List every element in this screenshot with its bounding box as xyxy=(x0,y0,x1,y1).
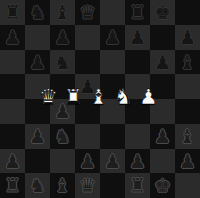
square-b3[interactable]: ♟ xyxy=(25,124,50,149)
piece-black-pawn[interactable]: ♟ xyxy=(54,25,71,50)
piece-white-pawn[interactable]: ♟ xyxy=(104,149,121,174)
piece-white-rook[interactable]: ♜ xyxy=(4,173,21,198)
square-e8[interactable] xyxy=(100,0,125,25)
square-h8[interactable] xyxy=(175,0,200,25)
square-a6[interactable] xyxy=(0,50,25,75)
piece-white-knight[interactable]: ♞ xyxy=(29,173,46,198)
square-e6[interactable] xyxy=(100,50,125,75)
square-g6[interactable]: ♟ xyxy=(150,50,175,75)
piece-white-pawn[interactable]: ♟ xyxy=(129,149,146,174)
square-f6[interactable] xyxy=(125,50,150,75)
piece-black-queen[interactable]: ♛ xyxy=(79,0,96,25)
square-h5[interactable] xyxy=(175,74,200,99)
square-g8[interactable]: ♚ xyxy=(150,0,175,25)
square-d8[interactable]: ♛ xyxy=(75,0,100,25)
square-b1[interactable]: ♞ xyxy=(25,173,50,198)
chess-app-window: ♜♞♝♛♜♚♟♟♟♟♟♟♞♟♝♟♟♟♞♟♝♟♟♟♟♟♜♞♝♛♜♚ ♛♜♝♞♟ xyxy=(0,0,200,198)
square-e2[interactable]: ♟ xyxy=(100,149,125,174)
piece-selector-overlay[interactable]: ♛♜♝♞♟ xyxy=(36,85,161,109)
square-h3[interactable]: ♝ xyxy=(175,124,200,149)
piece-white-bishop[interactable]: ♝ xyxy=(179,124,196,149)
square-c6[interactable]: ♞ xyxy=(50,50,75,75)
selector-piece-bishop[interactable]: ♝ xyxy=(86,85,111,109)
square-b7[interactable] xyxy=(25,25,50,50)
piece-white-knight[interactable]: ♞ xyxy=(54,124,71,149)
piece-black-bishop[interactable]: ♝ xyxy=(179,50,196,75)
piece-black-bishop[interactable]: ♝ xyxy=(54,0,71,25)
piece-black-pawn[interactable]: ♟ xyxy=(29,50,46,75)
piece-black-pawn[interactable]: ♟ xyxy=(104,25,121,50)
selector-piece-queen[interactable]: ♛ xyxy=(36,85,61,109)
piece-white-pawn[interactable]: ♟ xyxy=(154,124,171,149)
selector-piece-knight[interactable]: ♞ xyxy=(111,85,136,109)
square-h1[interactable] xyxy=(175,173,200,198)
selector-piece-rook[interactable]: ♜ xyxy=(61,85,86,109)
square-c8[interactable]: ♝ xyxy=(50,0,75,25)
piece-black-pawn[interactable]: ♟ xyxy=(154,50,171,75)
square-f7[interactable]: ♟ xyxy=(125,25,150,50)
piece-white-pawn[interactable]: ♟ xyxy=(29,124,46,149)
square-h6[interactable]: ♝ xyxy=(175,50,200,75)
square-a1[interactable]: ♜ xyxy=(0,173,25,198)
square-f3[interactable] xyxy=(125,124,150,149)
square-d3[interactable] xyxy=(75,124,100,149)
square-a5[interactable] xyxy=(0,74,25,99)
piece-white-pawn[interactable]: ♟ xyxy=(79,149,96,174)
square-g7[interactable] xyxy=(150,25,175,50)
square-d2[interactable]: ♟ xyxy=(75,149,100,174)
square-g2[interactable] xyxy=(150,149,175,174)
square-d1[interactable]: ♛ xyxy=(75,173,100,198)
square-e1[interactable] xyxy=(100,173,125,198)
square-b6[interactable]: ♟ xyxy=(25,50,50,75)
piece-white-rook[interactable]: ♜ xyxy=(129,173,146,198)
piece-white-pawn[interactable]: ♟ xyxy=(179,149,196,174)
square-h4[interactable] xyxy=(175,99,200,124)
square-a4[interactable] xyxy=(0,99,25,124)
square-d7[interactable] xyxy=(75,25,100,50)
piece-black-pawn[interactable]: ♟ xyxy=(179,25,196,50)
square-h7[interactable]: ♟ xyxy=(175,25,200,50)
piece-white-king[interactable]: ♚ xyxy=(154,173,171,198)
piece-black-rook[interactable]: ♜ xyxy=(129,0,146,25)
square-f8[interactable]: ♜ xyxy=(125,0,150,25)
piece-black-knight[interactable]: ♞ xyxy=(29,0,46,25)
square-f2[interactable]: ♟ xyxy=(125,149,150,174)
piece-black-knight[interactable]: ♞ xyxy=(54,50,71,75)
square-a7[interactable]: ♟ xyxy=(0,25,25,50)
square-e7[interactable]: ♟ xyxy=(100,25,125,50)
square-e3[interactable] xyxy=(100,124,125,149)
square-a8[interactable]: ♜ xyxy=(0,0,25,25)
piece-black-pawn[interactable]: ♟ xyxy=(4,25,21,50)
square-b8[interactable]: ♞ xyxy=(25,0,50,25)
square-f1[interactable]: ♜ xyxy=(125,173,150,198)
square-d6[interactable] xyxy=(75,50,100,75)
square-a2[interactable]: ♟ xyxy=(0,149,25,174)
piece-black-rook[interactable]: ♜ xyxy=(4,0,21,25)
piece-white-queen[interactable]: ♛ xyxy=(79,173,96,198)
square-h2[interactable]: ♟ xyxy=(175,149,200,174)
square-c2[interactable] xyxy=(50,149,75,174)
square-g1[interactable]: ♚ xyxy=(150,173,175,198)
piece-white-bishop[interactable]: ♝ xyxy=(54,173,71,198)
square-c3[interactable]: ♞ xyxy=(50,124,75,149)
piece-white-pawn[interactable]: ♟ xyxy=(4,149,21,174)
square-c1[interactable]: ♝ xyxy=(50,173,75,198)
square-c7[interactable]: ♟ xyxy=(50,25,75,50)
square-g3[interactable]: ♟ xyxy=(150,124,175,149)
selector-piece-pawn[interactable]: ♟ xyxy=(136,85,161,109)
square-a3[interactable] xyxy=(0,124,25,149)
piece-black-pawn[interactable]: ♟ xyxy=(129,25,146,50)
piece-black-king[interactable]: ♚ xyxy=(154,0,171,25)
square-b2[interactable] xyxy=(25,149,50,174)
